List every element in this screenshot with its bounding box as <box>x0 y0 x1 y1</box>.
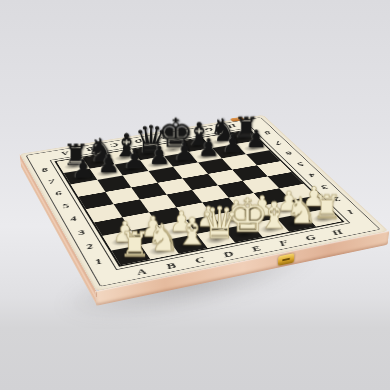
brass-clasp-icon <box>278 253 294 266</box>
product-photo: ABCDEFGH ABCDEFGH 87654321 87654321 ♜♞♝♛… <box>0 0 390 390</box>
scene: ABCDEFGH ABCDEFGH 87654321 87654321 ♜♞♝♛… <box>0 0 390 390</box>
white-rook: ♜ <box>119 228 150 261</box>
white-knight: ♞ <box>146 219 180 255</box>
black-pawn: ♟ <box>198 136 220 159</box>
black-pawn: ♟ <box>98 152 121 176</box>
clasp-slot <box>282 257 290 261</box>
black-pawn: ♟ <box>173 140 195 164</box>
black-pawn: ♟ <box>123 148 146 172</box>
chess-board-box: ABCDEFGH ABCDEFGH 87654321 87654321 ♜♞♝♛… <box>20 115 388 291</box>
black-pawn: ♟ <box>148 144 170 168</box>
black-pawn: ♟ <box>72 157 95 181</box>
black-pawn: ♟ <box>222 132 244 155</box>
square-a7: ♟ <box>64 169 97 185</box>
